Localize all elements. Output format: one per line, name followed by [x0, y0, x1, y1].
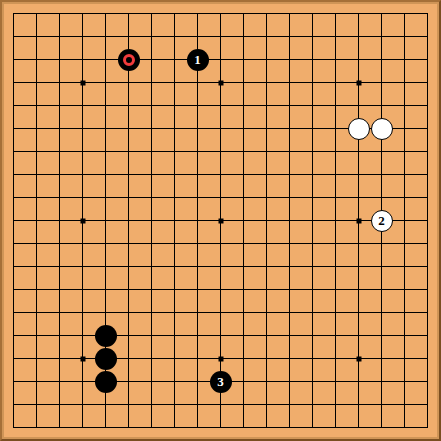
intersection[interactable]: [255, 48, 278, 71]
intersection[interactable]: [347, 416, 370, 439]
intersection[interactable]: [393, 324, 416, 347]
intersection[interactable]: [117, 140, 140, 163]
intersection[interactable]: [324, 48, 347, 71]
intersection[interactable]: [209, 186, 232, 209]
intersection[interactable]: [25, 94, 48, 117]
intersection[interactable]: [370, 163, 393, 186]
intersection[interactable]: [255, 324, 278, 347]
intersection[interactable]: [347, 324, 370, 347]
intersection[interactable]: [2, 25, 25, 48]
intersection[interactable]: [416, 140, 439, 163]
intersection[interactable]: [301, 25, 324, 48]
intersection[interactable]: [209, 232, 232, 255]
intersection[interactable]: [301, 163, 324, 186]
intersection[interactable]: [324, 232, 347, 255]
intersection[interactable]: [2, 393, 25, 416]
intersection[interactable]: [117, 324, 140, 347]
intersection[interactable]: [370, 94, 393, 117]
intersection[interactable]: [255, 25, 278, 48]
intersection[interactable]: [347, 117, 370, 140]
intersection[interactable]: [232, 140, 255, 163]
intersection[interactable]: [301, 140, 324, 163]
intersection[interactable]: [393, 163, 416, 186]
intersection[interactable]: [117, 255, 140, 278]
intersection[interactable]: [416, 2, 439, 25]
intersection[interactable]: [71, 324, 94, 347]
intersection[interactable]: [278, 25, 301, 48]
intersection[interactable]: [25, 117, 48, 140]
intersection[interactable]: [48, 71, 71, 94]
intersection[interactable]: [278, 209, 301, 232]
intersection[interactable]: [117, 370, 140, 393]
intersection[interactable]: [2, 140, 25, 163]
intersection[interactable]: [140, 117, 163, 140]
intersection[interactable]: [232, 186, 255, 209]
intersection[interactable]: [301, 232, 324, 255]
intersection[interactable]: [94, 140, 117, 163]
intersection[interactable]: [301, 347, 324, 370]
intersection[interactable]: [301, 71, 324, 94]
intersection[interactable]: [2, 255, 25, 278]
black-stone[interactable]: [95, 371, 117, 393]
intersection[interactable]: [140, 255, 163, 278]
intersection[interactable]: [278, 186, 301, 209]
intersection[interactable]: [416, 186, 439, 209]
intersection[interactable]: [370, 140, 393, 163]
intersection[interactable]: [163, 393, 186, 416]
intersection[interactable]: [48, 278, 71, 301]
intersection[interactable]: [416, 232, 439, 255]
intersection[interactable]: [278, 370, 301, 393]
intersection[interactable]: [393, 71, 416, 94]
intersection[interactable]: [94, 25, 117, 48]
intersection[interactable]: [232, 347, 255, 370]
intersection[interactable]: [232, 163, 255, 186]
intersection[interactable]: [347, 209, 370, 232]
intersection[interactable]: [48, 186, 71, 209]
intersection[interactable]: [416, 25, 439, 48]
intersection[interactable]: [278, 163, 301, 186]
intersection[interactable]: [117, 71, 140, 94]
intersection[interactable]: [71, 186, 94, 209]
intersection[interactable]: [370, 393, 393, 416]
intersection[interactable]: [25, 186, 48, 209]
intersection[interactable]: [393, 2, 416, 25]
intersection[interactable]: [2, 186, 25, 209]
intersection[interactable]: [255, 416, 278, 439]
intersection[interactable]: [393, 255, 416, 278]
intersection[interactable]: [370, 71, 393, 94]
intersection[interactable]: [324, 347, 347, 370]
intersection[interactable]: [48, 117, 71, 140]
intersection[interactable]: [393, 370, 416, 393]
intersection[interactable]: [117, 393, 140, 416]
intersection[interactable]: [209, 2, 232, 25]
intersection[interactable]: [71, 2, 94, 25]
intersection[interactable]: [186, 71, 209, 94]
intersection[interactable]: [94, 186, 117, 209]
intersection[interactable]: [347, 163, 370, 186]
intersection[interactable]: [393, 393, 416, 416]
intersection[interactable]: [301, 370, 324, 393]
intersection[interactable]: [94, 370, 117, 393]
intersection[interactable]: [94, 2, 117, 25]
intersection[interactable]: [255, 71, 278, 94]
intersection[interactable]: [278, 71, 301, 94]
intersection[interactable]: [117, 186, 140, 209]
intersection[interactable]: [209, 25, 232, 48]
intersection[interactable]: [117, 301, 140, 324]
intersection[interactable]: [301, 117, 324, 140]
intersection[interactable]: [347, 232, 370, 255]
intersection[interactable]: [140, 25, 163, 48]
intersection[interactable]: [255, 117, 278, 140]
intersection[interactable]: [48, 2, 71, 25]
intersection[interactable]: [232, 2, 255, 25]
intersection[interactable]: [255, 232, 278, 255]
intersection[interactable]: [25, 255, 48, 278]
intersection[interactable]: [163, 370, 186, 393]
intersection[interactable]: [140, 393, 163, 416]
intersection[interactable]: [255, 301, 278, 324]
intersection[interactable]: [324, 209, 347, 232]
intersection[interactable]: [117, 232, 140, 255]
intersection[interactable]: [232, 255, 255, 278]
intersection[interactable]: [278, 278, 301, 301]
intersection[interactable]: [324, 324, 347, 347]
intersection[interactable]: [140, 94, 163, 117]
intersection[interactable]: [255, 393, 278, 416]
intersection[interactable]: [48, 48, 71, 71]
intersection[interactable]: [232, 94, 255, 117]
intersection[interactable]: [163, 255, 186, 278]
intersection[interactable]: [117, 25, 140, 48]
intersection[interactable]: [140, 2, 163, 25]
intersection[interactable]: [255, 209, 278, 232]
intersection[interactable]: [117, 209, 140, 232]
intersection[interactable]: [117, 163, 140, 186]
intersection[interactable]: [209, 94, 232, 117]
intersection[interactable]: [186, 186, 209, 209]
intersection[interactable]: [370, 347, 393, 370]
intersection[interactable]: [416, 347, 439, 370]
white-stone[interactable]: [348, 118, 370, 140]
intersection[interactable]: [347, 48, 370, 71]
intersection[interactable]: [209, 278, 232, 301]
intersection[interactable]: [347, 2, 370, 25]
intersection[interactable]: [209, 117, 232, 140]
intersection[interactable]: [347, 370, 370, 393]
intersection[interactable]: [255, 255, 278, 278]
intersection[interactable]: [416, 94, 439, 117]
intersection[interactable]: [232, 25, 255, 48]
intersection[interactable]: [416, 255, 439, 278]
intersection[interactable]: [416, 278, 439, 301]
intersection[interactable]: [25, 140, 48, 163]
intersection[interactable]: [94, 48, 117, 71]
intersection[interactable]: [163, 301, 186, 324]
intersection[interactable]: [163, 2, 186, 25]
intersection[interactable]: [94, 71, 117, 94]
intersection[interactable]: [370, 278, 393, 301]
intersection[interactable]: [186, 94, 209, 117]
intersection[interactable]: [324, 278, 347, 301]
intersection[interactable]: [94, 347, 117, 370]
black-stone[interactable]: [118, 49, 140, 71]
intersection[interactable]: [393, 48, 416, 71]
intersection[interactable]: [94, 94, 117, 117]
intersection[interactable]: [2, 71, 25, 94]
intersection[interactable]: [393, 209, 416, 232]
intersection[interactable]: [324, 186, 347, 209]
intersection[interactable]: [370, 301, 393, 324]
intersection[interactable]: [209, 163, 232, 186]
black-stone[interactable]: 3: [210, 371, 232, 393]
intersection[interactable]: [232, 48, 255, 71]
black-stone[interactable]: 1: [187, 49, 209, 71]
intersection[interactable]: [140, 71, 163, 94]
intersection[interactable]: [71, 278, 94, 301]
intersection[interactable]: [117, 416, 140, 439]
intersection[interactable]: [71, 140, 94, 163]
intersection[interactable]: [2, 347, 25, 370]
intersection[interactable]: [186, 255, 209, 278]
intersection[interactable]: [94, 209, 117, 232]
intersection[interactable]: [416, 48, 439, 71]
intersection[interactable]: [25, 301, 48, 324]
intersection[interactable]: [278, 324, 301, 347]
intersection[interactable]: [301, 416, 324, 439]
intersection[interactable]: [2, 301, 25, 324]
intersection[interactable]: 3: [209, 370, 232, 393]
intersection[interactable]: [232, 370, 255, 393]
intersection[interactable]: [163, 140, 186, 163]
intersection[interactable]: [232, 324, 255, 347]
intersection[interactable]: [324, 255, 347, 278]
intersection[interactable]: [25, 278, 48, 301]
intersection[interactable]: [324, 393, 347, 416]
intersection[interactable]: [416, 117, 439, 140]
intersection[interactable]: [140, 416, 163, 439]
intersection[interactable]: [48, 416, 71, 439]
intersection[interactable]: [393, 301, 416, 324]
intersection[interactable]: [255, 163, 278, 186]
intersection[interactable]: [2, 163, 25, 186]
intersection[interactable]: [163, 186, 186, 209]
intersection[interactable]: [2, 232, 25, 255]
intersection[interactable]: [370, 2, 393, 25]
intersection[interactable]: [416, 71, 439, 94]
intersection[interactable]: [278, 416, 301, 439]
intersection[interactable]: [117, 48, 140, 71]
intersection[interactable]: [25, 48, 48, 71]
intersection[interactable]: [186, 232, 209, 255]
intersection[interactable]: [163, 94, 186, 117]
intersection[interactable]: [71, 71, 94, 94]
intersection[interactable]: [140, 301, 163, 324]
intersection[interactable]: 1: [186, 48, 209, 71]
intersection[interactable]: [163, 25, 186, 48]
intersection[interactable]: [347, 25, 370, 48]
intersection[interactable]: [370, 25, 393, 48]
intersection[interactable]: [117, 278, 140, 301]
intersection[interactable]: [186, 393, 209, 416]
intersection[interactable]: [25, 370, 48, 393]
intersection[interactable]: [209, 347, 232, 370]
intersection[interactable]: [25, 324, 48, 347]
intersection[interactable]: [347, 71, 370, 94]
intersection[interactable]: [2, 370, 25, 393]
intersection[interactable]: [163, 416, 186, 439]
intersection[interactable]: [48, 209, 71, 232]
intersection[interactable]: [94, 255, 117, 278]
intersection[interactable]: [416, 301, 439, 324]
intersection[interactable]: [94, 232, 117, 255]
intersection[interactable]: [393, 94, 416, 117]
intersection[interactable]: [25, 416, 48, 439]
intersection[interactable]: [163, 232, 186, 255]
intersection[interactable]: [255, 140, 278, 163]
intersection[interactable]: [2, 94, 25, 117]
intersection[interactable]: [278, 347, 301, 370]
intersection[interactable]: [324, 163, 347, 186]
intersection[interactable]: [140, 370, 163, 393]
intersection[interactable]: [324, 370, 347, 393]
intersection[interactable]: [2, 416, 25, 439]
intersection[interactable]: [278, 232, 301, 255]
intersection[interactable]: [301, 209, 324, 232]
intersection[interactable]: [2, 209, 25, 232]
intersection[interactable]: [186, 140, 209, 163]
intersection[interactable]: [347, 140, 370, 163]
intersection[interactable]: [48, 25, 71, 48]
intersection[interactable]: [301, 2, 324, 25]
intersection[interactable]: [393, 117, 416, 140]
intersection[interactable]: [71, 347, 94, 370]
intersection[interactable]: [301, 393, 324, 416]
intersection[interactable]: [186, 324, 209, 347]
intersection[interactable]: [25, 71, 48, 94]
intersection[interactable]: [2, 278, 25, 301]
intersection[interactable]: [48, 370, 71, 393]
intersection[interactable]: [278, 117, 301, 140]
intersection[interactable]: [278, 94, 301, 117]
intersection[interactable]: [232, 416, 255, 439]
intersection[interactable]: [94, 117, 117, 140]
intersection[interactable]: [347, 94, 370, 117]
intersection[interactable]: [48, 163, 71, 186]
intersection[interactable]: [186, 209, 209, 232]
intersection[interactable]: [278, 48, 301, 71]
intersection[interactable]: [140, 163, 163, 186]
intersection[interactable]: [186, 2, 209, 25]
intersection[interactable]: [209, 301, 232, 324]
intersection[interactable]: [255, 278, 278, 301]
intersection[interactable]: [393, 416, 416, 439]
intersection[interactable]: [2, 2, 25, 25]
intersection[interactable]: [94, 324, 117, 347]
intersection[interactable]: [370, 416, 393, 439]
intersection[interactable]: [2, 48, 25, 71]
intersection[interactable]: [163, 71, 186, 94]
intersection[interactable]: [278, 140, 301, 163]
intersection[interactable]: [278, 255, 301, 278]
intersection[interactable]: [209, 324, 232, 347]
intersection[interactable]: [324, 94, 347, 117]
intersection[interactable]: [232, 278, 255, 301]
intersection[interactable]: [209, 48, 232, 71]
intersection[interactable]: [94, 301, 117, 324]
intersection[interactable]: [140, 278, 163, 301]
intersection[interactable]: [71, 94, 94, 117]
intersection[interactable]: [163, 324, 186, 347]
intersection[interactable]: [94, 393, 117, 416]
intersection[interactable]: [232, 71, 255, 94]
intersection[interactable]: [209, 140, 232, 163]
intersection[interactable]: [25, 393, 48, 416]
intersection[interactable]: [232, 393, 255, 416]
intersection[interactable]: [301, 186, 324, 209]
intersection[interactable]: [71, 393, 94, 416]
intersection[interactable]: [393, 232, 416, 255]
intersection[interactable]: [140, 209, 163, 232]
intersection[interactable]: [416, 324, 439, 347]
intersection[interactable]: [301, 301, 324, 324]
intersection[interactable]: [117, 94, 140, 117]
intersection[interactable]: [393, 347, 416, 370]
intersection[interactable]: [25, 209, 48, 232]
intersection[interactable]: [140, 140, 163, 163]
intersection[interactable]: [370, 324, 393, 347]
intersection[interactable]: [255, 347, 278, 370]
intersection[interactable]: [416, 163, 439, 186]
intersection[interactable]: [71, 301, 94, 324]
intersection[interactable]: [324, 301, 347, 324]
intersection[interactable]: [163, 163, 186, 186]
intersection[interactable]: [186, 25, 209, 48]
intersection[interactable]: [370, 232, 393, 255]
intersection[interactable]: [370, 370, 393, 393]
intersection[interactable]: [393, 278, 416, 301]
intersection[interactable]: [163, 278, 186, 301]
intersection[interactable]: [48, 347, 71, 370]
intersection[interactable]: [324, 25, 347, 48]
intersection[interactable]: [209, 255, 232, 278]
intersection[interactable]: [255, 94, 278, 117]
intersection[interactable]: [117, 2, 140, 25]
intersection[interactable]: [209, 416, 232, 439]
intersection[interactable]: [347, 347, 370, 370]
intersection[interactable]: [232, 209, 255, 232]
intersection[interactable]: [347, 393, 370, 416]
intersection[interactable]: [71, 48, 94, 71]
intersection[interactable]: [186, 347, 209, 370]
intersection[interactable]: [324, 71, 347, 94]
intersection[interactable]: [416, 370, 439, 393]
intersection[interactable]: [370, 186, 393, 209]
intersection[interactable]: [71, 255, 94, 278]
intersection[interactable]: [255, 370, 278, 393]
intersection[interactable]: [324, 2, 347, 25]
intersection[interactable]: [255, 2, 278, 25]
intersection[interactable]: [255, 186, 278, 209]
intersection[interactable]: [370, 255, 393, 278]
intersection[interactable]: [347, 301, 370, 324]
intersection[interactable]: [278, 2, 301, 25]
intersection[interactable]: [324, 416, 347, 439]
intersection[interactable]: [140, 324, 163, 347]
intersection[interactable]: [186, 370, 209, 393]
